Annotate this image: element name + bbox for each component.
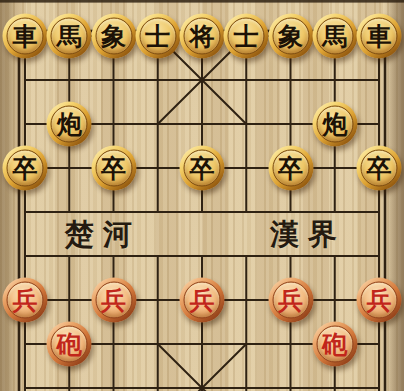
black-soldier-piece[interactable]: 卒 [180,146,225,191]
black-horse-piece[interactable]: 馬 [312,14,357,59]
piece-glyph: 象 [272,18,309,55]
black-advisor-piece[interactable]: 士 [224,14,269,59]
piece-glyph: 兵 [7,282,44,319]
piece-glyph: 将 [184,18,221,55]
piece-glyph: 兵 [361,282,398,319]
black-general-piece[interactable]: 将 [180,14,225,59]
piece-glyph: 馬 [51,18,88,55]
black-advisor-piece[interactable]: 士 [135,14,180,59]
piece-glyph: 兵 [95,282,132,319]
black-chariot-piece[interactable]: 車 [357,14,402,59]
piece-glyph: 兵 [184,282,221,319]
black-soldier-piece[interactable]: 卒 [3,146,48,191]
red-cannon-piece[interactable]: 砲 [312,322,357,367]
red-soldier-piece[interactable]: 兵 [357,278,402,323]
piece-glyph: 士 [228,18,265,55]
black-soldier-piece[interactable]: 卒 [357,146,402,191]
black-chariot-piece[interactable]: 車 [3,14,48,59]
red-soldier-piece[interactable]: 兵 [180,278,225,323]
piece-glyph: 炮 [51,106,88,143]
pieces-layer: 車馬象士将士象馬車炮炮卒卒卒卒卒兵兵兵兵兵砲砲 [0,0,404,391]
black-soldier-piece[interactable]: 卒 [91,146,136,191]
black-cannon-piece[interactable]: 炮 [312,102,357,147]
red-soldier-piece[interactable]: 兵 [3,278,48,323]
piece-glyph: 馬 [316,18,353,55]
piece-glyph: 卒 [272,150,309,187]
piece-glyph: 卒 [361,150,398,187]
black-horse-piece[interactable]: 馬 [47,14,92,59]
piece-glyph: 砲 [51,326,88,363]
piece-glyph: 兵 [272,282,309,319]
piece-glyph: 砲 [316,326,353,363]
black-soldier-piece[interactable]: 卒 [268,146,313,191]
piece-glyph: 士 [139,18,176,55]
black-elephant-piece[interactable]: 象 [91,14,136,59]
black-cannon-piece[interactable]: 炮 [47,102,92,147]
red-soldier-piece[interactable]: 兵 [268,278,313,323]
red-soldier-piece[interactable]: 兵 [91,278,136,323]
xiangqi-board[interactable]: 楚河 漢界 車馬象士将士象馬車炮炮卒卒卒卒卒兵兵兵兵兵砲砲 [0,0,404,391]
black-elephant-piece[interactable]: 象 [268,14,313,59]
piece-glyph: 卒 [184,150,221,187]
piece-glyph: 炮 [316,106,353,143]
piece-glyph: 車 [361,18,398,55]
piece-glyph: 卒 [95,150,132,187]
piece-glyph: 車 [7,18,44,55]
piece-glyph: 卒 [7,150,44,187]
red-cannon-piece[interactable]: 砲 [47,322,92,367]
piece-glyph: 象 [95,18,132,55]
